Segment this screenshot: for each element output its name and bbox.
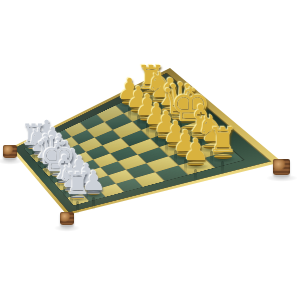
bronze-corner-foot bbox=[273, 159, 290, 175]
foot-shadow bbox=[265, 174, 299, 182]
piece-reflection bbox=[92, 197, 95, 210]
foot-shadow bbox=[0, 157, 24, 165]
piece-reflection bbox=[221, 161, 224, 175]
bronze-corner-foot bbox=[60, 212, 74, 225]
bronze-corner-foot bbox=[3, 145, 17, 158]
piece-reflection bbox=[76, 201, 79, 213]
piece-reflection bbox=[194, 169, 197, 183]
chess-set-product-photo: ♜♞♝♛♚♝♞♜♟♟♟♟♟♟♟♟♟♟♟♟♟♟♟♟♜♞♝♛♚♝♞♜ bbox=[0, 0, 300, 300]
foot-shadow bbox=[53, 224, 81, 232]
